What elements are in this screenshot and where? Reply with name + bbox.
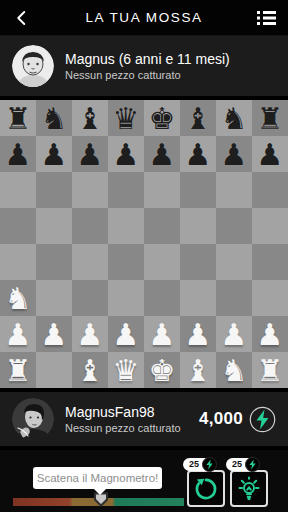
square-a2[interactable]: ♟ <box>0 316 36 352</box>
square-f7[interactable]: ♟ <box>180 136 216 172</box>
square-d7[interactable]: ♟ <box>108 136 144 172</box>
hint-cost-bolt-icon <box>245 457 260 472</box>
piece-black-bishop[interactable]: ♝ <box>72 100 108 136</box>
square-d6[interactable] <box>108 172 144 208</box>
undo-cost-bolt-icon <box>202 457 217 472</box>
square-g3[interactable] <box>216 280 252 316</box>
square-d1[interactable]: ♛ <box>108 352 144 388</box>
piece-black-pawn[interactable]: ♟ <box>0 136 36 172</box>
piece-white-pawn[interactable]: ♟ <box>216 316 252 352</box>
app-screen: LA TUA MOSSA <box>0 0 288 512</box>
hint-lightbulb-icon <box>236 476 262 502</box>
score-display: 4,000 <box>199 406 276 433</box>
square-d4[interactable] <box>108 244 144 280</box>
square-b1[interactable] <box>36 352 72 388</box>
piece-white-rook[interactable]: ♜ <box>0 352 36 388</box>
square-g6[interactable] <box>216 172 252 208</box>
opponent-name: Magnus (6 anni e 11 mesi) <box>65 50 230 68</box>
square-g4[interactable] <box>216 244 252 280</box>
square-b5[interactable] <box>36 208 72 244</box>
piece-black-rook[interactable]: ♜ <box>0 100 36 136</box>
square-b3[interactable] <box>36 280 72 316</box>
square-g2[interactable]: ♟ <box>216 316 252 352</box>
magnometer-tooltip[interactable]: Scatena il Magnometro! <box>33 467 162 489</box>
move-list-button[interactable] <box>254 6 278 30</box>
page-title: LA TUA MOSSA <box>0 10 288 25</box>
square-g7[interactable]: ♟ <box>216 136 252 172</box>
square-c6[interactable] <box>72 172 108 208</box>
square-c1[interactable]: ♝ <box>72 352 108 388</box>
user-captured-status: Nessun pezzo catturato <box>65 421 181 436</box>
piece-white-pawn[interactable]: ♟ <box>108 316 144 352</box>
undo-cost-badge: 25 <box>183 458 211 471</box>
score-value: 4,000 <box>199 409 243 429</box>
magnus-avatar <box>12 45 54 87</box>
square-b7[interactable]: ♟ <box>36 136 72 172</box>
piece-black-bishop[interactable]: ♝ <box>180 100 216 136</box>
square-b2[interactable]: ♟ <box>36 316 72 352</box>
square-c7[interactable]: ♟ <box>72 136 108 172</box>
square-e6[interactable] <box>144 172 180 208</box>
opponent-captured-status: Nessun pezzo catturato <box>65 68 230 83</box>
opponent-panel: Magnus (6 anni e 11 mesi) Nessun pezzo c… <box>0 36 288 96</box>
piece-white-bishop[interactable]: ♝ <box>180 352 216 388</box>
square-c4[interactable] <box>72 244 108 280</box>
square-g1[interactable]: ♞ <box>216 352 252 388</box>
piece-black-pawn[interactable]: ♟ <box>36 136 72 172</box>
square-e4[interactable] <box>144 244 180 280</box>
user-panel: MagnusFan98 Nessun pezzo catturato 4,000 <box>0 392 288 446</box>
piece-white-bishop[interactable]: ♝ <box>72 352 108 388</box>
square-d2[interactable]: ♟ <box>108 316 144 352</box>
piece-white-pawn[interactable]: ♟ <box>0 316 36 352</box>
square-e2[interactable]: ♟ <box>144 316 180 352</box>
piece-black-pawn[interactable]: ♟ <box>144 136 180 172</box>
square-a1[interactable]: ♜ <box>0 352 36 388</box>
square-c3[interactable] <box>72 280 108 316</box>
square-d3[interactable] <box>108 280 144 316</box>
move-list-icon <box>257 10 276 26</box>
square-f1[interactable]: ♝ <box>180 352 216 388</box>
square-g8[interactable]: ♞ <box>216 100 252 136</box>
square-d5[interactable] <box>108 208 144 244</box>
piece-black-pawn[interactable]: ♟ <box>72 136 108 172</box>
piece-black-pawn[interactable]: ♟ <box>108 136 144 172</box>
hint-cost-value: 25 <box>232 458 242 471</box>
square-h8[interactable]: ♜ <box>252 100 288 136</box>
energy-bolt-icon <box>249 406 276 433</box>
square-h7[interactable]: ♟ <box>252 136 288 172</box>
piece-black-queen[interactable]: ♛ <box>108 100 144 136</box>
square-f4[interactable] <box>180 244 216 280</box>
square-b6[interactable] <box>36 172 72 208</box>
square-c2[interactable]: ♟ <box>72 316 108 352</box>
undo-move-button[interactable] <box>187 470 225 507</box>
piece-black-knight[interactable]: ♞ <box>216 100 252 136</box>
square-a3[interactable]: ♞ <box>0 280 36 316</box>
piece-white-pawn[interactable]: ♟ <box>252 316 288 352</box>
square-h5[interactable] <box>252 208 288 244</box>
square-h4[interactable] <box>252 244 288 280</box>
square-h6[interactable] <box>252 172 288 208</box>
square-a4[interactable] <box>0 244 36 280</box>
square-c8[interactable]: ♝ <box>72 100 108 136</box>
hint-button[interactable] <box>230 470 268 507</box>
footer-controls: Scatena il Magnometro! 25 25 <box>0 450 288 512</box>
piece-white-pawn[interactable]: ♟ <box>144 316 180 352</box>
user-avatar <box>12 398 54 440</box>
square-a7[interactable]: ♟ <box>0 136 36 172</box>
magnometer-tooltip-label: Scatena il Magnometro! <box>37 472 158 484</box>
undo-cost-value: 25 <box>189 458 199 471</box>
square-b8[interactable]: ♞ <box>36 100 72 136</box>
square-a6[interactable] <box>0 172 36 208</box>
square-h1[interactable]: ♜ <box>252 352 288 388</box>
square-f5[interactable] <box>180 208 216 244</box>
piece-white-pawn[interactable]: ♟ <box>72 316 108 352</box>
piece-white-king[interactable]: ♚ <box>144 352 180 388</box>
undo-icon <box>193 476 219 502</box>
piece-white-pawn[interactable]: ♟ <box>180 316 216 352</box>
piece-black-king[interactable]: ♚ <box>144 100 180 136</box>
piece-black-rook[interactable]: ♜ <box>252 100 288 136</box>
hint-cost-badge: 25 <box>226 458 254 471</box>
square-e1[interactable]: ♚ <box>144 352 180 388</box>
square-b4[interactable] <box>36 244 72 280</box>
square-f8[interactable]: ♝ <box>180 100 216 136</box>
chess-board[interactable]: ♜♞♝♛♚♝♞♜♟♟♟♟♟♟♟♟♞♟♟♟♟♟♟♟♟♜♝♛♚♝♞♜ <box>0 100 288 388</box>
piece-white-queen[interactable]: ♛ <box>108 352 144 388</box>
square-h2[interactable]: ♟ <box>252 316 288 352</box>
square-e8[interactable]: ♚ <box>144 100 180 136</box>
piece-black-knight[interactable]: ♞ <box>36 100 72 136</box>
user-info: MagnusFan98 Nessun pezzo catturato <box>65 403 181 436</box>
square-e5[interactable] <box>144 208 180 244</box>
square-g5[interactable] <box>216 208 252 244</box>
square-a5[interactable] <box>0 208 36 244</box>
square-h3[interactable] <box>252 280 288 316</box>
square-e7[interactable]: ♟ <box>144 136 180 172</box>
piece-white-pawn[interactable]: ♟ <box>36 316 72 352</box>
piece-white-knight[interactable]: ♞ <box>0 280 36 316</box>
square-f6[interactable] <box>180 172 216 208</box>
square-f2[interactable]: ♟ <box>180 316 216 352</box>
piece-black-pawn[interactable]: ♟ <box>180 136 216 172</box>
opponent-info: Magnus (6 anni e 11 mesi) Nessun pezzo c… <box>65 50 230 83</box>
square-d8[interactable]: ♛ <box>108 100 144 136</box>
square-f3[interactable] <box>180 280 216 316</box>
user-name: MagnusFan98 <box>65 403 181 421</box>
square-e3[interactable] <box>144 280 180 316</box>
piece-white-rook[interactable]: ♜ <box>252 352 288 388</box>
square-a8[interactable]: ♜ <box>0 100 36 136</box>
top-bar: LA TUA MOSSA <box>0 0 288 36</box>
piece-white-knight[interactable]: ♞ <box>216 352 252 388</box>
square-c5[interactable] <box>72 208 108 244</box>
piece-black-pawn[interactable]: ♟ <box>216 136 252 172</box>
back-chevron-icon <box>13 9 31 27</box>
back-button[interactable] <box>10 6 34 30</box>
piece-black-pawn[interactable]: ♟ <box>252 136 288 172</box>
